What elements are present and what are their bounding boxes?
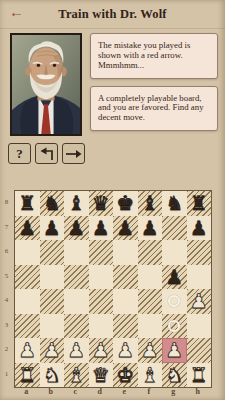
square-a2[interactable]: ♟ (15, 338, 40, 363)
square-h2[interactable] (187, 338, 212, 363)
rank-label-1: 1 (1, 362, 12, 387)
square-c5[interactable] (64, 265, 89, 290)
white-pawn-a2[interactable]: ♟ (18, 338, 36, 363)
square-a3[interactable] (15, 314, 40, 339)
square-a1[interactable]: ♜ (15, 363, 40, 388)
black-knight-g8[interactable]: ♞ (165, 191, 183, 216)
app-bar: ← Train with Dr. Wolf (0, 0, 225, 29)
square-f8[interactable]: ♝ (138, 191, 163, 216)
undo-arrow-icon (39, 147, 55, 161)
square-b4[interactable] (40, 289, 65, 314)
square-e6[interactable] (113, 240, 138, 265)
square-e3[interactable] (113, 314, 138, 339)
square-c3[interactable] (64, 314, 89, 339)
black-pawn-h7[interactable]: ♟ (190, 216, 208, 241)
chess-board: ♜♞♝♛♚♝♞♜♟♟♟♟♟♟♟♟♟♟♟♟♟♟♟♟♜♞♝♛♚♝♞♜ (14, 190, 212, 388)
rank-label-4: 4 (1, 288, 12, 313)
square-a7[interactable]: ♟ (15, 216, 40, 241)
square-b3[interactable] (40, 314, 65, 339)
file-label-g: g (161, 386, 186, 397)
square-f2[interactable]: ♟ (138, 338, 163, 363)
file-label-a: a (14, 386, 39, 397)
square-h5[interactable] (187, 265, 212, 290)
rank-label-2: 2 (1, 337, 12, 362)
rank-label-5: 5 (1, 264, 12, 289)
square-a4[interactable] (15, 289, 40, 314)
white-rook-h1[interactable]: ♜ (190, 363, 208, 388)
dr-wolf-app-screen: ← Train with Dr. Wolf (0, 0, 225, 400)
black-queen-d8[interactable]: ♛ (92, 191, 110, 216)
file-label-c: c (63, 386, 88, 397)
dr-wolf-illustration (12, 35, 80, 134)
square-g2[interactable]: ♟ (162, 338, 187, 363)
file-label-b: b (39, 386, 64, 397)
square-e5[interactable] (113, 265, 138, 290)
square-b7[interactable]: ♟ (40, 216, 65, 241)
square-f7[interactable]: ♟ (138, 216, 163, 241)
square-e4[interactable] (113, 289, 138, 314)
square-d5[interactable] (89, 265, 114, 290)
square-e7[interactable]: ♟ (113, 216, 138, 241)
square-c8[interactable]: ♝ (64, 191, 89, 216)
square-a6[interactable] (15, 240, 40, 265)
square-c6[interactable] (64, 240, 89, 265)
square-d3[interactable] (89, 314, 114, 339)
square-g6[interactable] (162, 240, 187, 265)
square-d7[interactable]: ♟ (89, 216, 114, 241)
square-b5[interactable] (40, 265, 65, 290)
coach-messages: The mistake you played is shown with a r… (90, 33, 218, 131)
square-f3[interactable] (138, 314, 163, 339)
rank-label-7: 7 (1, 215, 12, 240)
square-c7[interactable]: ♟ (64, 216, 89, 241)
rank-label-3: 3 (1, 313, 12, 338)
rank-label-6: 6 (1, 239, 12, 264)
speech-bubble-1: The mistake you played is shown with a r… (90, 33, 218, 79)
square-h1[interactable]: ♜ (187, 363, 212, 388)
black-rook-h8[interactable]: ♜ (190, 191, 208, 216)
square-d1[interactable]: ♛ (89, 363, 114, 388)
square-b1[interactable]: ♞ (40, 363, 65, 388)
black-pawn-f7[interactable]: ♟ (141, 216, 159, 241)
next-button[interactable] (62, 143, 85, 164)
square-a5[interactable] (15, 265, 40, 290)
square-h3[interactable] (187, 314, 212, 339)
black-pawn-c7[interactable]: ♟ (67, 216, 85, 241)
square-c4[interactable] (64, 289, 89, 314)
square-g7[interactable] (162, 216, 187, 241)
square-g3[interactable] (162, 314, 187, 339)
square-f5[interactable] (138, 265, 163, 290)
back-arrow-icon[interactable]: ← (9, 4, 24, 21)
square-d6[interactable] (89, 240, 114, 265)
square-g4[interactable] (162, 289, 187, 314)
white-rook-a1[interactable]: ♜ (18, 363, 36, 388)
undo-button[interactable] (35, 143, 58, 164)
black-pawn-d7[interactable]: ♟ (92, 216, 110, 241)
square-a8[interactable]: ♜ (15, 191, 40, 216)
white-pawn-c2[interactable]: ♟ (67, 338, 85, 363)
page-title: Train with Dr. Wolf (58, 7, 166, 22)
white-knight-b1[interactable]: ♞ (43, 363, 61, 388)
black-rook-a8[interactable]: ♜ (18, 191, 36, 216)
white-pawn-h4[interactable]: ♟ (190, 289, 208, 314)
white-bishop-f1[interactable]: ♝ (141, 363, 159, 388)
black-king-e8[interactable]: ♚ (116, 191, 134, 216)
file-label-d: d (88, 386, 113, 397)
rank-labels: 87654321 (1, 190, 12, 386)
white-pawn-b2[interactable]: ♟ (43, 338, 61, 363)
file-label-h: h (186, 386, 211, 397)
file-label-f: f (137, 386, 162, 397)
white-pawn-d2[interactable]: ♟ (92, 338, 110, 363)
square-h6[interactable] (187, 240, 212, 265)
square-g1[interactable]: ♞ (162, 363, 187, 388)
square-d2[interactable]: ♟ (89, 338, 114, 363)
black-bishop-f8[interactable]: ♝ (141, 191, 159, 216)
square-h8[interactable]: ♜ (187, 191, 212, 216)
square-h4[interactable]: ♟ (187, 289, 212, 314)
file-labels: abcdefgh (14, 386, 210, 397)
square-b8[interactable]: ♞ (40, 191, 65, 216)
move-dot-g3 (168, 320, 180, 332)
square-e8[interactable]: ♚ (113, 191, 138, 216)
white-knight-g1[interactable]: ♞ (165, 363, 183, 388)
white-bishop-c1[interactable]: ♝ (67, 363, 85, 388)
square-g5[interactable]: ♟ (162, 265, 187, 290)
speech-bubble-2: A completely playable board, and you are… (90, 86, 218, 132)
hint-button[interactable]: ? (8, 143, 31, 164)
square-g8[interactable]: ♞ (162, 191, 187, 216)
question-mark-icon: ? (16, 146, 23, 162)
black-pawn-a7[interactable]: ♟ (18, 216, 36, 241)
square-f1[interactable]: ♝ (138, 363, 163, 388)
square-d8[interactable]: ♛ (89, 191, 114, 216)
file-label-e: e (112, 386, 137, 397)
white-king-e1[interactable]: ♚ (116, 363, 134, 388)
square-e2[interactable]: ♟ (113, 338, 138, 363)
square-e1[interactable]: ♚ (113, 363, 138, 388)
move-dot-g4 (168, 295, 180, 307)
rank-label-8: 8 (1, 190, 12, 215)
square-d4[interactable] (89, 289, 114, 314)
square-f4[interactable] (138, 289, 163, 314)
black-pawn-g5[interactable]: ♟ (165, 265, 183, 290)
forward-arrow-icon (65, 149, 82, 159)
square-h7[interactable]: ♟ (187, 216, 212, 241)
white-pawn-g2[interactable]: ♟ (165, 338, 183, 363)
black-pawn-e7[interactable]: ♟ (116, 216, 134, 241)
toolbar: ? (8, 143, 85, 164)
square-f6[interactable] (138, 240, 163, 265)
square-c2[interactable]: ♟ (64, 338, 89, 363)
white-pawn-f2[interactable]: ♟ (141, 338, 159, 363)
square-c1[interactable]: ♝ (64, 363, 89, 388)
square-b2[interactable]: ♟ (40, 338, 65, 363)
white-pawn-e2[interactable]: ♟ (116, 338, 134, 363)
black-pawn-b7[interactable]: ♟ (43, 216, 61, 241)
square-b6[interactable] (40, 240, 65, 265)
black-bishop-c8[interactable]: ♝ (67, 191, 85, 216)
dr-wolf-portrait (10, 33, 82, 136)
black-knight-b8[interactable]: ♞ (43, 191, 61, 216)
white-queen-d1[interactable]: ♛ (92, 363, 110, 388)
